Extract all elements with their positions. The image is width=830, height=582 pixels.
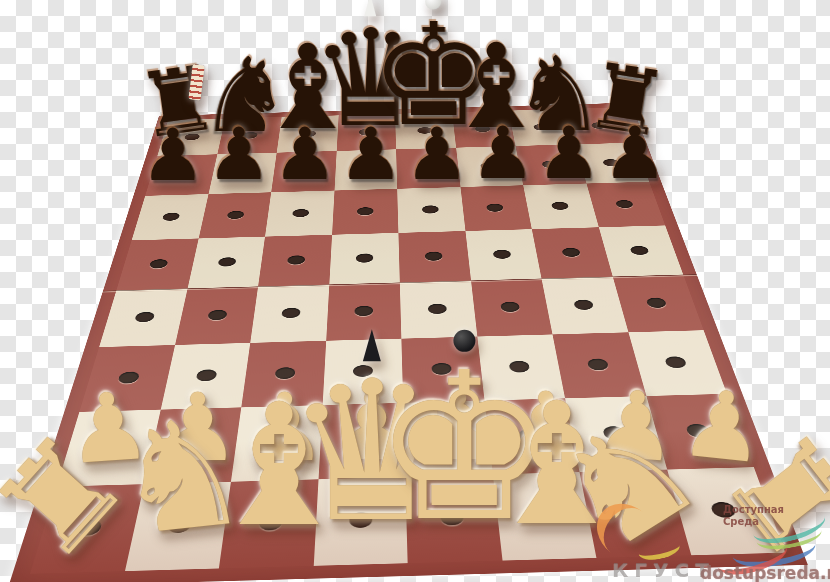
peg-hole xyxy=(281,307,300,318)
peg-hole xyxy=(500,301,520,312)
square-e5[interactable] xyxy=(398,231,470,282)
peg-hole xyxy=(428,303,447,314)
black-pawn-glyph: ♟ xyxy=(590,117,680,189)
square-a5[interactable] xyxy=(116,238,198,290)
peg-hole xyxy=(561,247,580,256)
square-c5[interactable] xyxy=(258,235,332,287)
peg-hole xyxy=(218,257,237,266)
peg-hole xyxy=(615,200,634,208)
finial-ball-white-tip xyxy=(426,0,442,9)
peg-hole xyxy=(162,212,180,220)
square-c6[interactable] xyxy=(265,191,334,237)
square-b4[interactable] xyxy=(175,286,258,345)
peg-hole xyxy=(573,299,594,310)
square-d5[interactable] xyxy=(329,233,400,285)
square-f5[interactable] xyxy=(465,229,541,280)
peg-hole xyxy=(287,255,305,264)
piece-black-pawn-h7[interactable]: ♟ xyxy=(590,117,680,189)
peg-hole xyxy=(422,205,439,213)
square-f4[interactable] xyxy=(471,279,553,337)
square-b6[interactable] xyxy=(198,192,271,238)
peg-hole xyxy=(425,251,443,260)
square-a6[interactable] xyxy=(132,194,209,240)
peg-hole xyxy=(227,211,245,219)
peg-hole xyxy=(149,259,169,268)
peg-hole xyxy=(355,305,374,316)
peg-hole xyxy=(357,207,373,215)
peg-hole xyxy=(134,311,155,322)
peg-hole xyxy=(664,356,687,368)
square-b5[interactable] xyxy=(187,237,265,289)
peg-hole xyxy=(356,253,373,262)
square-h5[interactable] xyxy=(599,225,684,276)
square-h4[interactable] xyxy=(612,275,703,333)
square-c4[interactable] xyxy=(250,284,329,342)
peg-hole xyxy=(646,297,668,308)
piece-white-rook-h1[interactable]: ♜ xyxy=(673,413,830,542)
peg-hole xyxy=(551,202,569,210)
peg-hole xyxy=(486,203,504,211)
peg-hole xyxy=(493,249,512,258)
square-a4[interactable] xyxy=(99,288,187,347)
peg-hole xyxy=(292,209,309,217)
peg-hole xyxy=(208,309,228,320)
photo-canvas: ♜♞♝♛♚♝♞♜♟♟♟♟♟♟♟♟♟♟♟♟♟♟♟♟♜♞♝♛♚♝♞♜ Доступн… xyxy=(0,0,830,582)
peg-hole xyxy=(630,246,650,255)
